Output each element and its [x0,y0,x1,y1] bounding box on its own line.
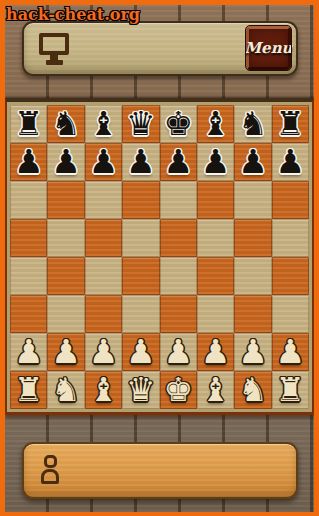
piece-white-queen: ♛ [126,373,156,406]
piece-white-knight: ♞ [238,373,268,406]
square-e6[interactable] [160,181,197,219]
menu-button[interactable]: Menu [246,26,291,70]
square-b4[interactable] [47,257,84,295]
piece-black-bishop: ♝ [89,107,119,140]
piece-black-pawn: ♟ [89,145,119,178]
piece-black-queen: ♛ [126,107,156,140]
square-g5[interactable] [234,219,271,257]
square-g8[interactable]: ♞ [234,105,271,143]
piece-black-knight: ♞ [51,107,81,140]
square-f8[interactable]: ♝ [197,105,234,143]
piece-white-rook: ♜ [276,373,306,406]
square-c4[interactable] [85,257,122,295]
monitor-icon[interactable] [39,33,69,67]
square-f4[interactable] [197,257,234,295]
piece-white-rook: ♜ [14,373,44,406]
piece-white-pawn: ♟ [201,335,231,368]
chess-board: ♜♞♝♛♚♝♞♜♟♟♟♟♟♟♟♟♟♟♟♟♟♟♟♟♜♞♝♛♚♝♞♜ [10,105,309,409]
piece-white-pawn: ♟ [238,335,268,368]
square-d2[interactable]: ♟ [122,333,159,371]
square-g3[interactable] [234,295,271,333]
square-c1[interactable]: ♝ [85,371,122,409]
square-f1[interactable]: ♝ [197,371,234,409]
square-f2[interactable]: ♟ [197,333,234,371]
square-h2[interactable]: ♟ [272,333,309,371]
square-h6[interactable] [272,181,309,219]
square-h8[interactable]: ♜ [272,105,309,143]
square-b8[interactable]: ♞ [47,105,84,143]
square-c8[interactable]: ♝ [85,105,122,143]
square-e1[interactable]: ♚ [160,371,197,409]
square-f7[interactable]: ♟ [197,143,234,181]
piece-black-knight: ♞ [238,107,268,140]
square-d4[interactable] [122,257,159,295]
square-f6[interactable] [197,181,234,219]
square-h4[interactable] [272,257,309,295]
piece-white-pawn: ♟ [51,335,81,368]
square-g6[interactable] [234,181,271,219]
square-a5[interactable] [10,219,47,257]
square-d7[interactable]: ♟ [122,143,159,181]
piece-white-bishop: ♝ [201,373,231,406]
square-a1[interactable]: ♜ [10,371,47,409]
square-a2[interactable]: ♟ [10,333,47,371]
square-f5[interactable] [197,219,234,257]
piece-white-pawn: ♟ [276,335,306,368]
piece-black-pawn: ♟ [51,145,81,178]
square-a8[interactable]: ♜ [10,105,47,143]
piece-black-king: ♚ [163,107,193,140]
piece-black-bishop: ♝ [201,107,231,140]
square-e4[interactable] [160,257,197,295]
piece-white-pawn: ♟ [89,335,119,368]
square-g2[interactable]: ♟ [234,333,271,371]
square-e2[interactable]: ♟ [160,333,197,371]
square-e7[interactable]: ♟ [160,143,197,181]
square-a3[interactable] [10,295,47,333]
square-e3[interactable] [160,295,197,333]
piece-black-rook: ♜ [276,107,306,140]
watermark-text: hack-cheat.org [6,5,140,24]
piece-black-pawn: ♟ [163,145,193,178]
square-a6[interactable] [10,181,47,219]
square-a4[interactable] [10,257,47,295]
player-bar[interactable] [22,442,298,499]
square-g7[interactable]: ♟ [234,143,271,181]
piece-black-rook: ♜ [14,107,44,140]
square-e5[interactable] [160,219,197,257]
square-e8[interactable]: ♚ [160,105,197,143]
square-c7[interactable]: ♟ [85,143,122,181]
square-g1[interactable]: ♞ [234,371,271,409]
square-c5[interactable] [85,219,122,257]
piece-black-pawn: ♟ [276,145,306,178]
square-g4[interactable] [234,257,271,295]
piece-black-pawn: ♟ [238,145,268,178]
square-d3[interactable] [122,295,159,333]
square-a7[interactable]: ♟ [10,143,47,181]
square-d5[interactable] [122,219,159,257]
square-h3[interactable] [272,295,309,333]
square-h1[interactable]: ♜ [272,371,309,409]
square-d1[interactable]: ♛ [122,371,159,409]
square-b2[interactable]: ♟ [47,333,84,371]
piece-white-knight: ♞ [51,373,81,406]
square-c6[interactable] [85,181,122,219]
top-toolbar: Menu [22,21,298,76]
square-c2[interactable]: ♟ [85,333,122,371]
square-d6[interactable] [122,181,159,219]
chess-board-frame: ♜♞♝♛♚♝♞♜♟♟♟♟♟♟♟♟♟♟♟♟♟♟♟♟♜♞♝♛♚♝♞♜ [5,98,314,415]
square-b7[interactable]: ♟ [47,143,84,181]
piece-white-king: ♚ [163,373,193,406]
piece-black-pawn: ♟ [14,145,44,178]
piece-white-bishop: ♝ [89,373,119,406]
piece-white-pawn: ♟ [163,335,193,368]
square-b5[interactable] [47,219,84,257]
square-b1[interactable]: ♞ [47,371,84,409]
square-h7[interactable]: ♟ [272,143,309,181]
square-b3[interactable] [47,295,84,333]
app-screen: hack-cheat.org Menu ♜♞♝♛♚♝♞♜♟♟♟♟♟♟♟♟♟♟♟♟… [0,0,319,516]
piece-white-pawn: ♟ [14,335,44,368]
square-c3[interactable] [85,295,122,333]
piece-black-pawn: ♟ [126,145,156,178]
square-h5[interactable] [272,219,309,257]
player-icon [41,455,59,487]
piece-white-pawn: ♟ [126,335,156,368]
square-f3[interactable] [197,295,234,333]
square-b6[interactable] [47,181,84,219]
menu-button-label: Menu [245,39,293,57]
square-d8[interactable]: ♛ [122,105,159,143]
piece-black-pawn: ♟ [201,145,231,178]
